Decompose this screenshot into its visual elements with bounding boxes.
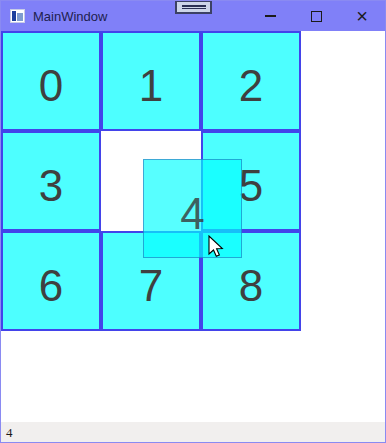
dragged-tile-4[interactable]: 4	[143, 159, 242, 258]
tile-3[interactable]: 3	[1, 131, 101, 231]
status-text: 4	[1, 425, 13, 441]
main-window: MainWindow × 0 1 2 3 5 6 7 8 4	[0, 0, 386, 443]
close-icon: ×	[356, 6, 368, 26]
tile-2[interactable]: 2	[201, 31, 301, 131]
debug-toolbar-drag-handle-icon[interactable]	[175, 0, 212, 14]
window-title: MainWindow	[33, 9, 107, 24]
maximize-icon	[311, 11, 322, 22]
caption-buttons: ×	[247, 1, 385, 31]
status-bar: 4	[1, 422, 385, 443]
minimize-icon	[265, 15, 276, 16]
close-button[interactable]: ×	[339, 1, 385, 31]
app-icon	[10, 9, 25, 23]
tile-0[interactable]: 0	[1, 31, 101, 131]
tile-6[interactable]: 6	[1, 231, 101, 331]
tile-1[interactable]: 1	[101, 31, 201, 131]
title-bar[interactable]: MainWindow ×	[1, 1, 385, 31]
maximize-button[interactable]	[293, 1, 339, 31]
minimize-button[interactable]	[247, 1, 293, 31]
content-area: 0 1 2 3 5 6 7 8 4	[1, 31, 385, 422]
